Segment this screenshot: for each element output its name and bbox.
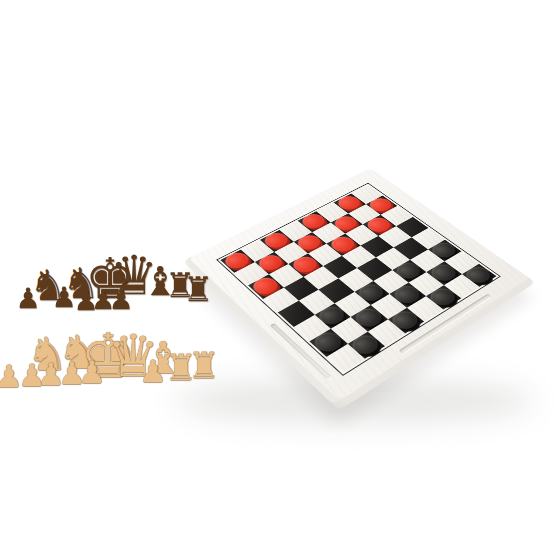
chess-piece-light-pawn[interactable]: ♟ — [139, 356, 167, 387]
chess-piece-dark-rook[interactable]: ♜ — [183, 272, 213, 306]
checkers-grid — [216, 183, 501, 376]
chess-piece-dark-pawn[interactable]: ♟ — [15, 285, 40, 313]
chess-piece-dark-pawn[interactable]: ♟ — [108, 286, 133, 314]
checkers-board — [189, 168, 530, 401]
chess-piece-light-pawn[interactable]: ♟ — [78, 357, 106, 388]
chess-piece-light-rook[interactable]: ♜ — [188, 348, 220, 384]
